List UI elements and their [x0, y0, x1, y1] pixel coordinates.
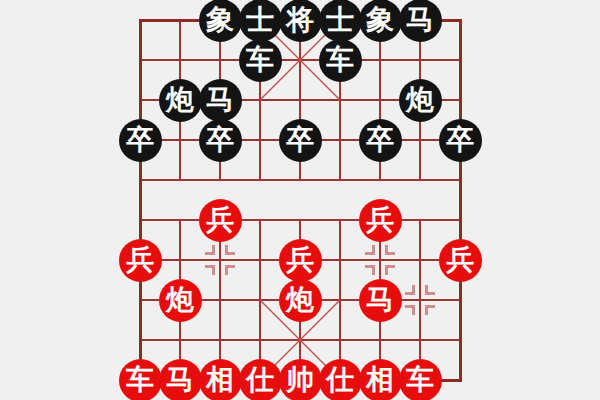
black-general[interactable]: 将 — [279, 0, 322, 42]
marker-corner — [385, 245, 395, 255]
red-advisor[interactable]: 仕 — [239, 359, 282, 400]
black-soldier[interactable]: 卒 — [439, 119, 482, 162]
black-horse[interactable]: 马 — [199, 79, 242, 122]
black-cannon[interactable]: 炮 — [399, 79, 442, 122]
vacated-point-marker — [205, 245, 235, 275]
board-point: 车 — [400, 360, 440, 400]
board-point: 马 — [400, 0, 440, 40]
black-soldier[interactable]: 卒 — [279, 119, 322, 162]
board-point: 兵 — [120, 240, 160, 280]
red-soldier[interactable]: 兵 — [119, 239, 162, 282]
board-point: 车 — [240, 40, 280, 80]
board-point: 马 — [200, 80, 240, 120]
red-cannon[interactable]: 炮 — [279, 279, 322, 322]
board-point: 炮 — [400, 80, 440, 120]
board-point — [360, 240, 400, 280]
red-elephant[interactable]: 相 — [199, 359, 242, 400]
black-soldier[interactable]: 卒 — [199, 119, 242, 162]
red-advisor[interactable]: 仕 — [319, 359, 362, 400]
black-chariot[interactable]: 车 — [239, 39, 282, 82]
board-point: 兵 — [280, 240, 320, 280]
red-soldier[interactable]: 兵 — [279, 239, 322, 282]
marker-corner — [225, 265, 235, 275]
red-general[interactable]: 帅 — [279, 359, 322, 400]
black-soldier[interactable]: 卒 — [119, 119, 162, 162]
red-chariot[interactable]: 车 — [119, 359, 162, 400]
marker-corner — [425, 285, 435, 295]
board-point: 士 — [320, 0, 360, 40]
red-horse[interactable]: 马 — [159, 359, 202, 400]
black-advisor[interactable]: 士 — [319, 0, 362, 42]
marker-corner — [205, 265, 215, 275]
board-point — [200, 240, 240, 280]
piece-grid: 象士将士象马车车炮马炮卒卒卒卒卒兵兵兵兵兵炮炮马车马相仕帅仕相车 — [120, 0, 480, 400]
board-point: 炮 — [160, 280, 200, 320]
board-point: 相 — [200, 360, 240, 400]
marker-corner — [225, 245, 235, 255]
marker-corner — [365, 245, 375, 255]
marker-corner — [425, 305, 435, 315]
vacated-point-marker — [365, 245, 395, 275]
black-chariot[interactable]: 车 — [319, 39, 362, 82]
board-point: 帅 — [280, 360, 320, 400]
board-point: 卒 — [440, 120, 480, 160]
black-advisor[interactable]: 士 — [239, 0, 282, 42]
marker-corner — [405, 285, 415, 295]
red-soldier[interactable]: 兵 — [359, 199, 402, 242]
marker-corner — [385, 265, 395, 275]
board-point — [400, 280, 440, 320]
board-point: 炮 — [160, 80, 200, 120]
board-point: 兵 — [200, 200, 240, 240]
board-point: 车 — [120, 360, 160, 400]
red-cannon[interactable]: 炮 — [159, 279, 202, 322]
board-point: 卒 — [280, 120, 320, 160]
board-point: 相 — [360, 360, 400, 400]
red-horse[interactable]: 马 — [359, 279, 402, 322]
red-chariot[interactable]: 车 — [399, 359, 442, 400]
marker-corner — [365, 265, 375, 275]
board-point: 仕 — [240, 360, 280, 400]
board-point: 炮 — [280, 280, 320, 320]
red-soldier[interactable]: 兵 — [439, 239, 482, 282]
board-point: 卒 — [200, 120, 240, 160]
marker-corner — [405, 305, 415, 315]
black-cannon[interactable]: 炮 — [159, 79, 202, 122]
board-point: 马 — [360, 280, 400, 320]
board-point: 仕 — [320, 360, 360, 400]
black-horse[interactable]: 马 — [399, 0, 442, 42]
xiangqi-app: 象士将士象马车车炮马炮卒卒卒卒卒兵兵兵兵兵炮炮马车马相仕帅仕相车 — [0, 0, 600, 400]
board-point: 将 — [280, 0, 320, 40]
red-elephant[interactable]: 相 — [359, 359, 402, 400]
black-elephant[interactable]: 象 — [359, 0, 402, 42]
black-soldier[interactable]: 卒 — [359, 119, 402, 162]
marker-corner — [205, 245, 215, 255]
board-point: 兵 — [360, 200, 400, 240]
red-soldier[interactable]: 兵 — [199, 199, 242, 242]
board-point: 马 — [160, 360, 200, 400]
board-point: 卒 — [120, 120, 160, 160]
board-point: 象 — [360, 0, 400, 40]
vacated-point-marker — [405, 285, 435, 315]
board-point: 车 — [320, 40, 360, 80]
board-point: 象 — [200, 0, 240, 40]
board-point: 兵 — [440, 240, 480, 280]
black-elephant[interactable]: 象 — [199, 0, 242, 42]
board-point: 卒 — [360, 120, 400, 160]
board-point: 士 — [240, 0, 280, 40]
